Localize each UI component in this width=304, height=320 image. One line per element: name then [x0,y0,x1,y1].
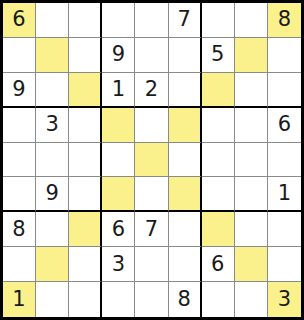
cell-r5c3[interactable] [69,143,102,178]
cell-r9c9[interactable]: 3 [268,282,301,317]
cell-r9c1[interactable]: 1 [3,282,36,317]
cell-r4c1[interactable] [3,108,36,143]
cell-r9c5[interactable] [135,282,168,317]
cell-r9c7[interactable] [202,282,235,317]
cell-r1c8[interactable] [235,3,268,38]
cell-r8c4[interactable]: 3 [102,247,135,282]
cell-r7c2[interactable] [36,212,69,247]
cell-r4c7[interactable] [202,108,235,143]
cell-r2c1[interactable] [3,38,36,73]
cell-r1c7[interactable] [202,3,235,38]
cell-r3c5[interactable]: 2 [135,73,168,108]
cell-r6c9[interactable]: 1 [268,177,301,212]
cell-r3c4[interactable]: 1 [102,73,135,108]
cell-r3c3[interactable] [69,73,102,108]
cell-r9c4[interactable] [102,282,135,317]
cell-r7c9[interactable] [268,212,301,247]
cell-r9c8[interactable] [235,282,268,317]
cell-r3c8[interactable] [235,73,268,108]
cell-r9c2[interactable] [36,282,69,317]
cell-r7c1[interactable]: 8 [3,212,36,247]
cell-r5c7[interactable] [202,143,235,178]
cell-r7c7[interactable] [202,212,235,247]
cell-r1c2[interactable] [36,3,69,38]
cell-r5c4[interactable] [102,143,135,178]
cell-r8c5[interactable] [135,247,168,282]
cell-r2c4[interactable]: 9 [102,38,135,73]
cell-r3c2[interactable] [36,73,69,108]
cell-r9c6[interactable]: 8 [169,282,202,317]
cell-r8c1[interactable] [3,247,36,282]
cell-r5c9[interactable] [268,143,301,178]
cell-r7c5[interactable]: 7 [135,212,168,247]
cell-r2c9[interactable] [268,38,301,73]
cell-r5c8[interactable] [235,143,268,178]
cell-r4c2[interactable]: 3 [36,108,69,143]
cell-r4c8[interactable] [235,108,268,143]
cell-r8c3[interactable] [69,247,102,282]
sudoku-board: 67895912369186736183 [0,0,304,320]
cell-r3c1[interactable]: 9 [3,73,36,108]
cell-r4c3[interactable] [69,108,102,143]
cell-r4c5[interactable] [135,108,168,143]
cell-r8c9[interactable] [268,247,301,282]
cell-r1c9[interactable]: 8 [268,3,301,38]
cell-r2c8[interactable] [235,38,268,73]
cell-r2c5[interactable] [135,38,168,73]
cell-r6c6[interactable] [169,177,202,212]
cell-r2c3[interactable] [69,38,102,73]
cell-r7c3[interactable] [69,212,102,247]
cell-r8c8[interactable] [235,247,268,282]
cell-r1c4[interactable] [102,3,135,38]
cell-r5c2[interactable] [36,143,69,178]
cell-r3c9[interactable] [268,73,301,108]
cell-r7c6[interactable] [169,212,202,247]
cell-r6c7[interactable] [202,177,235,212]
cell-r1c1[interactable]: 6 [3,3,36,38]
cell-r6c8[interactable] [235,177,268,212]
cell-r4c4[interactable] [102,108,135,143]
cell-r6c2[interactable]: 9 [36,177,69,212]
cell-r7c8[interactable] [235,212,268,247]
cell-r1c3[interactable] [69,3,102,38]
cell-r2c7[interactable]: 5 [202,38,235,73]
cell-r1c6[interactable]: 7 [169,3,202,38]
cell-r2c2[interactable] [36,38,69,73]
cell-r2c6[interactable] [169,38,202,73]
cell-r3c7[interactable] [202,73,235,108]
cell-r1c5[interactable] [135,3,168,38]
cell-r4c6[interactable] [169,108,202,143]
cell-r8c7[interactable]: 6 [202,247,235,282]
cell-r5c6[interactable] [169,143,202,178]
cell-r6c3[interactable] [69,177,102,212]
cell-r8c2[interactable] [36,247,69,282]
cell-r5c5[interactable] [135,143,168,178]
cell-r3c6[interactable] [169,73,202,108]
cell-r8c6[interactable] [169,247,202,282]
cell-r5c1[interactable] [3,143,36,178]
cell-r6c4[interactable] [102,177,135,212]
cell-r6c1[interactable] [3,177,36,212]
cell-r7c4[interactable]: 6 [102,212,135,247]
cell-r6c5[interactable] [135,177,168,212]
cell-r9c3[interactable] [69,282,102,317]
cell-r4c9[interactable]: 6 [268,108,301,143]
